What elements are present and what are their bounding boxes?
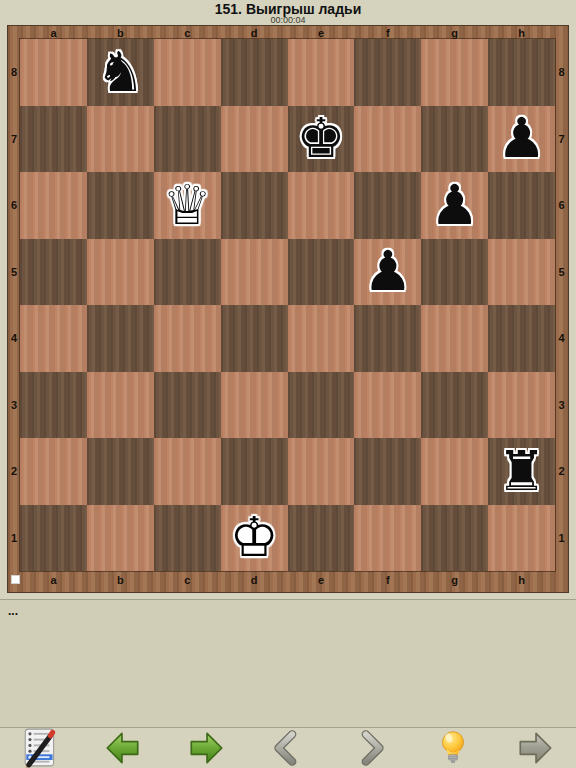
black-rook[interactable]: ♜ — [497, 444, 546, 499]
square-a8[interactable] — [20, 39, 87, 106]
square-b7[interactable] — [87, 106, 154, 173]
file-label-h: h — [488, 26, 555, 39]
list-edit-icon — [20, 727, 62, 768]
square-e2[interactable] — [288, 438, 355, 505]
square-f1[interactable] — [354, 505, 421, 572]
square-g7[interactable] — [421, 106, 488, 173]
square-a1[interactable] — [20, 505, 87, 572]
square-e4[interactable] — [288, 305, 355, 372]
square-d8[interactable] — [221, 39, 288, 106]
square-c4[interactable] — [154, 305, 221, 372]
black-knight[interactable]: ♞ — [96, 45, 145, 100]
previous-puzzle-button[interactable] — [82, 728, 164, 768]
rank-label-4: 4 — [8, 305, 20, 372]
square-d4[interactable] — [221, 305, 288, 372]
square-b6[interactable] — [87, 172, 154, 239]
square-d2[interactable] — [221, 438, 288, 505]
rank-label-7: 7 — [8, 106, 20, 173]
chess-board: abcdefgh abcdefgh 87654321 87654321 ♞♚♟♛… — [7, 25, 569, 593]
square-e7[interactable]: ♚ — [288, 106, 355, 173]
file-label-h: h — [488, 571, 555, 592]
square-b1[interactable] — [87, 505, 154, 572]
square-g8[interactable] — [421, 39, 488, 106]
rank-label-1: 1 — [555, 505, 568, 572]
file-label-g: g — [421, 26, 488, 39]
square-f3[interactable] — [354, 372, 421, 439]
square-d3[interactable] — [221, 372, 288, 439]
square-a5[interactable] — [20, 239, 87, 306]
message-text: ... — [0, 600, 576, 622]
square-d1[interactable]: ♚♔ — [221, 505, 288, 572]
square-h1[interactable] — [488, 505, 555, 572]
square-f4[interactable] — [354, 305, 421, 372]
rank-label-1: 1 — [8, 505, 20, 572]
white-to-move-indicator — [11, 575, 20, 584]
white-queen[interactable]: ♛♕ — [163, 178, 212, 233]
white-king[interactable]: ♚♔ — [229, 510, 278, 565]
move-forward-button[interactable] — [329, 728, 411, 768]
square-a7[interactable] — [20, 106, 87, 173]
square-c5[interactable] — [154, 239, 221, 306]
green-arrow-left-icon — [102, 727, 144, 768]
file-label-a: a — [20, 571, 87, 592]
square-e5[interactable] — [288, 239, 355, 306]
rank-label-8: 8 — [555, 39, 568, 106]
rank-label-7: 7 — [555, 106, 568, 173]
continue-button[interactable] — [494, 728, 576, 768]
puzzle-list-button[interactable] — [0, 728, 82, 768]
board-grid: ♞♚♟♛♕♟♟♜♚♔ — [20, 39, 555, 571]
square-b8[interactable]: ♞ — [87, 39, 154, 106]
rank-label-5: 5 — [555, 239, 568, 306]
rank-label-2: 2 — [8, 438, 20, 505]
square-c2[interactable] — [154, 438, 221, 505]
hint-button[interactable] — [411, 728, 493, 768]
square-g3[interactable] — [421, 372, 488, 439]
file-label-a: a — [20, 26, 87, 39]
gray-arrow-right-icon — [514, 727, 556, 768]
square-f8[interactable] — [354, 39, 421, 106]
file-label-e: e — [288, 571, 355, 592]
square-e6[interactable] — [288, 172, 355, 239]
square-h2[interactable]: ♜ — [488, 438, 555, 505]
rank-labels-right: 87654321 — [555, 39, 568, 571]
square-c8[interactable] — [154, 39, 221, 106]
square-a4[interactable] — [20, 305, 87, 372]
square-h5[interactable] — [488, 239, 555, 306]
file-label-c: c — [154, 571, 221, 592]
rank-label-5: 5 — [8, 239, 20, 306]
square-h3[interactable] — [488, 372, 555, 439]
square-a6[interactable] — [20, 172, 87, 239]
black-king[interactable]: ♚ — [296, 111, 345, 166]
file-label-e: e — [288, 26, 355, 39]
rank-label-4: 4 — [555, 305, 568, 372]
square-g4[interactable] — [421, 305, 488, 372]
header: 151. Выигрыш ладьи 00:00:04 — [0, 0, 576, 25]
square-g2[interactable] — [421, 438, 488, 505]
square-c7[interactable] — [154, 106, 221, 173]
rank-label-6: 6 — [555, 172, 568, 239]
rank-label-2: 2 — [555, 438, 568, 505]
file-label-f: f — [354, 571, 421, 592]
file-labels-top: abcdefgh — [20, 26, 555, 39]
square-a3[interactable] — [20, 372, 87, 439]
black-pawn[interactable]: ♟ — [363, 244, 412, 299]
square-e1[interactable] — [288, 505, 355, 572]
rank-label-3: 3 — [555, 372, 568, 439]
puzzle-title: 151. Выигрыш ладьи — [0, 0, 576, 16]
square-h8[interactable] — [488, 39, 555, 106]
rank-labels-left: 87654321 — [8, 39, 20, 571]
square-c6[interactable]: ♛♕ — [154, 172, 221, 239]
square-c1[interactable] — [154, 505, 221, 572]
square-d6[interactable] — [221, 172, 288, 239]
square-b3[interactable] — [87, 372, 154, 439]
square-b2[interactable] — [87, 438, 154, 505]
lightbulb-icon — [432, 727, 474, 768]
chevron-right-icon — [349, 727, 391, 768]
file-label-b: b — [87, 26, 154, 39]
square-g5[interactable] — [421, 239, 488, 306]
file-label-c: c — [154, 26, 221, 39]
file-labels-bottom: abcdefgh — [20, 571, 555, 592]
message-panel: ... — [0, 599, 576, 728]
timer: 00:00:04 — [0, 16, 576, 25]
square-d5[interactable] — [221, 239, 288, 306]
rank-label-8: 8 — [8, 39, 20, 106]
square-f6[interactable] — [354, 172, 421, 239]
rank-label-3: 3 — [8, 372, 20, 439]
square-h6[interactable] — [488, 172, 555, 239]
square-g6[interactable]: ♟ — [421, 172, 488, 239]
square-f2[interactable] — [354, 438, 421, 505]
black-pawn[interactable]: ♟ — [497, 111, 546, 166]
move-back-button[interactable] — [247, 728, 329, 768]
square-d7[interactable] — [221, 106, 288, 173]
file-label-d: d — [221, 571, 288, 592]
file-label-b: b — [87, 571, 154, 592]
square-e3[interactable] — [288, 372, 355, 439]
square-c3[interactable] — [154, 372, 221, 439]
file-label-g: g — [421, 571, 488, 592]
square-f5[interactable]: ♟ — [354, 239, 421, 306]
square-a2[interactable] — [20, 438, 87, 505]
rank-label-6: 6 — [8, 172, 20, 239]
green-arrow-right-icon — [185, 727, 227, 768]
square-h4[interactable] — [488, 305, 555, 372]
square-b4[interactable] — [87, 305, 154, 372]
chevron-left-icon — [267, 727, 309, 768]
file-label-d: d — [221, 26, 288, 39]
black-pawn[interactable]: ♟ — [430, 178, 479, 233]
next-puzzle-button[interactable] — [165, 728, 247, 768]
square-e8[interactable] — [288, 39, 355, 106]
square-g1[interactable] — [421, 505, 488, 572]
square-h7[interactable]: ♟ — [488, 106, 555, 173]
file-label-f: f — [354, 26, 421, 39]
square-b5[interactable] — [87, 239, 154, 306]
square-f7[interactable] — [354, 106, 421, 173]
toolbar — [0, 728, 576, 768]
